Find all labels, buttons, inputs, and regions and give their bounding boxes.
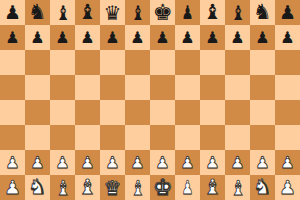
square-d2[interactable]: ♟ (75, 150, 100, 175)
piece-white-king[interactable]: ♚ (153, 177, 173, 199)
square-k6[interactable] (250, 50, 275, 75)
square-g6[interactable] (150, 50, 175, 75)
square-l8[interactable]: ♟ (275, 0, 300, 25)
square-c5[interactable] (50, 75, 75, 100)
square-c4[interactable] (50, 100, 75, 125)
square-j8[interactable]: ♝ (225, 0, 250, 25)
square-e6[interactable] (100, 50, 125, 75)
square-c6[interactable] (50, 50, 75, 75)
piece-black-pawn[interactable]: ♟ (155, 30, 169, 46)
square-i5[interactable] (200, 75, 225, 100)
piece-black-rook[interactable]: ♟ (279, 3, 296, 22)
piece-white-fers[interactable]: ♝ (130, 178, 145, 198)
square-f3[interactable] (125, 125, 150, 150)
square-k7[interactable]: ♟ (250, 25, 275, 50)
piece-white-schleich[interactable]: ♟ (182, 178, 194, 197)
square-i8[interactable]: ♝ (200, 0, 225, 25)
piece-white-elephant[interactable]: ♝ (229, 178, 245, 198)
square-e2[interactable]: ♟ (100, 150, 125, 175)
square-b8[interactable]: ♞ (25, 0, 50, 25)
square-g8[interactable]: ♚ (150, 0, 175, 25)
piece-black-pawn[interactable]: ♟ (30, 30, 44, 46)
square-k5[interactable] (250, 75, 275, 100)
piece-black-pawn[interactable]: ♟ (255, 30, 269, 46)
piece-white-pawn[interactable]: ♟ (55, 155, 69, 171)
piece-black-knight[interactable]: ♞ (28, 2, 47, 23)
square-k4[interactable] (250, 100, 275, 125)
square-h2[interactable]: ♟ (175, 150, 200, 175)
piece-white-pawn[interactable]: ♟ (155, 155, 169, 171)
square-c2[interactable]: ♟ (50, 150, 75, 175)
square-b6[interactable] (25, 50, 50, 75)
piece-black-pawn[interactable]: ♟ (205, 30, 219, 46)
square-j1[interactable]: ♝ (225, 175, 250, 200)
piece-black-pawn[interactable]: ♟ (130, 30, 144, 46)
square-i6[interactable] (200, 50, 225, 75)
piece-white-pawn[interactable]: ♟ (230, 155, 244, 171)
square-h7[interactable]: ♟ (175, 25, 200, 50)
square-f4[interactable] (125, 100, 150, 125)
square-c3[interactable] (50, 125, 75, 150)
square-l4[interactable] (275, 100, 300, 125)
square-a7[interactable]: ♟ (0, 25, 25, 50)
square-a5[interactable] (0, 75, 25, 100)
square-b1[interactable]: ♞ (25, 175, 50, 200)
square-h8[interactable]: ♟ (175, 0, 200, 25)
square-a1[interactable]: ♟ (0, 175, 25, 200)
square-j6[interactable] (225, 50, 250, 75)
piece-white-knight[interactable]: ♞ (28, 177, 47, 198)
piece-black-elephant[interactable]: ♝ (229, 3, 245, 23)
square-b5[interactable] (25, 75, 50, 100)
piece-white-pawn[interactable]: ♟ (130, 155, 144, 171)
square-h5[interactable] (175, 75, 200, 100)
square-c7[interactable]: ♟ (50, 25, 75, 50)
square-h4[interactable] (175, 100, 200, 125)
square-k1[interactable]: ♞ (250, 175, 275, 200)
square-j3[interactable] (225, 125, 250, 150)
square-e4[interactable] (100, 100, 125, 125)
square-g4[interactable] (150, 100, 175, 125)
square-a8[interactable]: ♟ (0, 0, 25, 25)
square-k2[interactable]: ♟ (250, 150, 275, 175)
square-e7[interactable]: ♟ (100, 25, 125, 50)
square-l1[interactable]: ♟ (275, 175, 300, 200)
square-f2[interactable]: ♟ (125, 150, 150, 175)
square-e3[interactable] (100, 125, 125, 150)
square-i2[interactable]: ♟ (200, 150, 225, 175)
piece-white-rook[interactable]: ♟ (279, 178, 296, 197)
square-e5[interactable] (100, 75, 125, 100)
square-l6[interactable] (275, 50, 300, 75)
square-d3[interactable] (75, 125, 100, 150)
courier-chess-board: ♟♞♝♝♛♝♚♟♝♝♞♟♟♟♟♟♟♟♟♟♟♟♟♟♟♟♟♟♟♟♟♟♟♟♟♟♟♞♝♝… (0, 0, 300, 200)
piece-white-pawn[interactable]: ♟ (5, 155, 19, 171)
square-i7[interactable]: ♟ (200, 25, 225, 50)
square-d7[interactable]: ♟ (75, 25, 100, 50)
piece-black-courier[interactable]: ♝ (203, 2, 222, 23)
square-d1[interactable]: ♝ (75, 175, 100, 200)
square-f8[interactable]: ♝ (125, 0, 150, 25)
piece-white-elephant[interactable]: ♝ (54, 178, 70, 198)
square-l7[interactable]: ♟ (275, 25, 300, 50)
square-g1[interactable]: ♚ (150, 175, 175, 200)
square-a3[interactable] (0, 125, 25, 150)
square-l3[interactable] (275, 125, 300, 150)
piece-black-schleich[interactable]: ♟ (182, 3, 194, 22)
piece-white-rook[interactable]: ♟ (4, 178, 21, 197)
square-k8[interactable]: ♞ (250, 0, 275, 25)
square-f6[interactable] (125, 50, 150, 75)
piece-white-pawn[interactable]: ♟ (105, 155, 119, 171)
square-j7[interactable]: ♟ (225, 25, 250, 50)
piece-black-king[interactable]: ♚ (153, 2, 173, 24)
piece-white-courier[interactable]: ♝ (203, 177, 222, 198)
piece-black-rook[interactable]: ♟ (4, 3, 21, 22)
piece-white-pawn[interactable]: ♟ (80, 155, 94, 171)
square-k3[interactable] (250, 125, 275, 150)
piece-black-pawn[interactable]: ♟ (280, 30, 294, 46)
square-j4[interactable] (225, 100, 250, 125)
square-b2[interactable]: ♟ (25, 150, 50, 175)
square-a6[interactable] (0, 50, 25, 75)
square-g5[interactable] (150, 75, 175, 100)
piece-black-pawn[interactable]: ♟ (180, 30, 194, 46)
piece-black-knight[interactable]: ♞ (253, 2, 272, 23)
square-f1[interactable]: ♝ (125, 175, 150, 200)
square-h3[interactable] (175, 125, 200, 150)
square-a4[interactable] (0, 100, 25, 125)
piece-black-pawn[interactable]: ♟ (230, 30, 244, 46)
square-b4[interactable] (25, 100, 50, 125)
square-e8[interactable]: ♛ (100, 0, 125, 25)
piece-white-courier[interactable]: ♝ (78, 177, 97, 198)
square-h1[interactable]: ♟ (175, 175, 200, 200)
piece-black-elephant[interactable]: ♝ (54, 3, 70, 23)
square-g2[interactable]: ♟ (150, 150, 175, 175)
piece-black-mann[interactable]: ♛ (104, 3, 122, 23)
square-d8[interactable]: ♝ (75, 0, 100, 25)
square-e1[interactable]: ♛ (100, 175, 125, 200)
square-c8[interactable]: ♝ (50, 0, 75, 25)
piece-white-pawn[interactable]: ♟ (280, 155, 294, 171)
piece-black-courier[interactable]: ♝ (78, 2, 97, 23)
square-j2[interactable]: ♟ (225, 150, 250, 175)
piece-white-pawn[interactable]: ♟ (255, 155, 269, 171)
square-i1[interactable]: ♝ (200, 175, 225, 200)
piece-white-pawn[interactable]: ♟ (205, 155, 219, 171)
square-g7[interactable]: ♟ (150, 25, 175, 50)
square-b7[interactable]: ♟ (25, 25, 50, 50)
piece-black-pawn[interactable]: ♟ (5, 30, 19, 46)
square-d4[interactable] (75, 100, 100, 125)
square-l5[interactable] (275, 75, 300, 100)
square-l2[interactable]: ♟ (275, 150, 300, 175)
piece-black-pawn[interactable]: ♟ (55, 30, 69, 46)
square-h6[interactable] (175, 50, 200, 75)
square-a2[interactable]: ♟ (0, 150, 25, 175)
piece-black-pawn[interactable]: ♟ (80, 30, 94, 46)
square-b3[interactable] (25, 125, 50, 150)
square-g3[interactable] (150, 125, 175, 150)
piece-white-pawn[interactable]: ♟ (180, 155, 194, 171)
square-c1[interactable]: ♝ (50, 175, 75, 200)
piece-white-pawn[interactable]: ♟ (30, 155, 44, 171)
piece-black-pawn[interactable]: ♟ (105, 30, 119, 46)
square-f7[interactable]: ♟ (125, 25, 150, 50)
piece-black-fers[interactable]: ♝ (130, 3, 145, 23)
piece-white-knight[interactable]: ♞ (253, 177, 272, 198)
square-d5[interactable] (75, 75, 100, 100)
piece-white-mann[interactable]: ♛ (104, 178, 122, 198)
square-j5[interactable] (225, 75, 250, 100)
square-i4[interactable] (200, 100, 225, 125)
square-i3[interactable] (200, 125, 225, 150)
square-d6[interactable] (75, 50, 100, 75)
square-f5[interactable] (125, 75, 150, 100)
